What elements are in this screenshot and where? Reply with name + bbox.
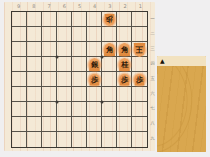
board-cell-3-8[interactable] [102,117,117,132]
board-cell-2-8[interactable] [117,117,132,132]
board-cell-4-1[interactable] [87,12,102,27]
board-cell-5-3[interactable] [72,42,87,57]
komadai-sente: ▲ [157,56,206,152]
file-label-3: 3 [102,2,117,11]
board-cell-6-4[interactable] [57,57,72,72]
board-cell-8-4[interactable] [27,57,42,72]
board-cell-4-6[interactable] [87,87,102,102]
board-cell-4-2[interactable] [87,27,102,42]
board-cell-2-6[interactable] [117,87,132,102]
board-cell-9-5[interactable] [12,72,27,87]
board-cell-4-3[interactable] [87,42,102,57]
board-cell-8-6[interactable] [27,87,42,102]
piece-sente-pawn-25[interactable]: 歩 [117,72,132,87]
piece-sente-bishop-33[interactable]: 角 [102,42,117,57]
file-label-5: 5 [72,2,87,11]
board-cell-3-2[interactable] [102,27,117,42]
pawn-kanji: 歩 [136,76,143,83]
king-kanji: 王 [136,45,143,52]
board-cell-9-4[interactable] [12,57,27,72]
board-cell-1-8[interactable] [132,117,147,132]
board-cell-6-7[interactable] [57,102,72,117]
star-point [56,101,59,104]
board-cell-5-8[interactable] [72,117,87,132]
board-cell-3-4[interactable] [102,57,117,72]
board-cell-6-2[interactable] [57,27,72,42]
board-cell-7-2[interactable] [42,27,57,42]
board-cell-9-1[interactable] [12,12,27,27]
board-cell-5-9[interactable] [72,132,87,147]
board-cell-7-1[interactable] [42,12,57,27]
piece-sente-bishop-23[interactable]: 角 [117,42,132,57]
board-cell-8-7[interactable] [27,102,42,117]
rank-label-1: 一 [149,11,156,26]
board-cell-8-9[interactable] [27,132,42,147]
pawn-kanji: 歩 [106,15,113,22]
board-cell-3-7[interactable] [102,102,117,117]
board-cell-9-3[interactable] [12,42,27,57]
board-cell-7-4[interactable] [42,57,57,72]
rank-label-6: 六 [149,86,156,101]
sente-mark: ▲ [160,57,165,65]
pawn-piece-shape: 歩 [119,74,130,86]
board-cell-5-1[interactable] [72,12,87,27]
file-label-4: 4 [87,2,102,11]
file-label-8: 8 [26,2,41,11]
board-cell-7-9[interactable] [42,132,57,147]
piece-gote-pawn-31[interactable]: 歩 [102,12,117,27]
board-cell-1-2[interactable] [132,27,147,42]
rank-label-2: 二 [149,26,156,41]
file-labels: 987654321 [11,2,148,11]
board-cell-1-1[interactable] [132,12,147,27]
board-cell-7-5[interactable] [42,72,57,87]
board-cell-5-6[interactable] [72,87,87,102]
komadai-header: ▲ [157,56,206,66]
piece-sente-pawn-45[interactable]: 歩 [87,72,102,87]
board-cell-5-7[interactable] [72,102,87,117]
rank-label-5: 五 [149,71,156,86]
bishop-kanji: 角 [106,46,113,53]
pawn-piece-shape: 歩 [89,74,100,86]
board-cell-8-1[interactable] [27,12,42,27]
pawn-kanji: 歩 [91,76,98,83]
board-cell-1-9[interactable] [132,132,147,147]
board-cell-6-9[interactable] [57,132,72,147]
rank-label-8: 八 [149,116,156,131]
board-cell-9-9[interactable] [12,132,27,147]
board-cell-5-4[interactable] [72,57,87,72]
board-cell-3-6[interactable] [102,87,117,102]
board-cell-8-2[interactable] [27,27,42,42]
board-cell-8-8[interactable] [27,117,42,132]
knight-kanji: 桂 [121,61,128,68]
board-grid: 歩角角王銀桂歩歩歩 [11,11,148,148]
board-cell-3-5[interactable] [102,72,117,87]
pawn-piece-shape: 歩 [134,74,145,86]
file-label-2: 2 [118,2,133,11]
rank-labels: 一二三四五六七八九 [149,11,156,146]
board-cell-6-5[interactable] [57,72,72,87]
king-piece-shape: 王 [133,43,146,57]
star-point [101,101,104,104]
file-label-9: 9 [11,2,26,11]
board-cell-7-6[interactable] [42,87,57,102]
board-cell-9-6[interactable] [12,87,27,102]
file-label-6: 6 [57,2,72,11]
board-cell-7-8[interactable] [42,117,57,132]
knight-piece-shape: 桂 [119,58,131,71]
board-cell-1-6[interactable] [132,87,147,102]
board-cell-9-2[interactable] [12,27,27,42]
piece-gote-king-13[interactable]: 王 [132,42,147,57]
piece-sente-knight-24[interactable]: 桂 [117,57,132,72]
board-cell-5-5[interactable] [72,72,87,87]
board-cell-2-7[interactable] [117,102,132,117]
pawn-piece-shape: 歩 [104,14,115,26]
board-cell-6-6[interactable] [57,87,72,102]
board-cell-7-7[interactable] [42,102,57,117]
star-point [56,56,59,59]
board-cell-8-5[interactable] [27,72,42,87]
board-cell-9-7[interactable] [12,102,27,117]
board-cell-4-8[interactable] [87,117,102,132]
board-cell-1-4[interactable] [132,57,147,72]
board-cell-8-3[interactable] [27,42,42,57]
bishop-piece-shape: 角 [103,43,116,57]
bishop-piece-shape: 角 [118,43,131,57]
komadai-tray[interactable] [157,66,206,152]
piece-sente-silver-44[interactable]: 銀 [87,57,102,72]
rank-label-4: 四 [149,56,156,71]
silver-kanji: 銀 [91,61,98,68]
board-cell-2-1[interactable] [117,12,132,27]
board-cell-1-7[interactable] [132,102,147,117]
piece-sente-pawn-15[interactable]: 歩 [132,72,147,87]
rank-label-9: 九 [149,131,156,146]
file-label-7: 7 [41,2,56,11]
board-cell-3-9[interactable] [102,132,117,147]
silver-piece-shape: 銀 [89,58,101,71]
board-cell-5-2[interactable] [72,27,87,42]
board-cell-2-2[interactable] [117,27,132,42]
rank-label-7: 七 [149,101,156,116]
board-cell-4-7[interactable] [87,102,102,117]
shogi-board: 987654321 一二三四五六七八九 歩角角王銀桂歩歩歩 [4,2,155,151]
bishop-kanji: 角 [121,46,128,53]
board-cell-2-9[interactable] [117,132,132,147]
board-cell-6-3[interactable] [57,42,72,57]
board-cell-9-8[interactable] [12,117,27,132]
board-cell-6-8[interactable] [57,117,72,132]
board-cell-6-1[interactable] [57,12,72,27]
rank-label-3: 三 [149,41,156,56]
pawn-kanji: 歩 [121,76,128,83]
board-cell-7-3[interactable] [42,42,57,57]
file-label-1: 1 [133,2,148,11]
board-cell-4-9[interactable] [87,132,102,147]
